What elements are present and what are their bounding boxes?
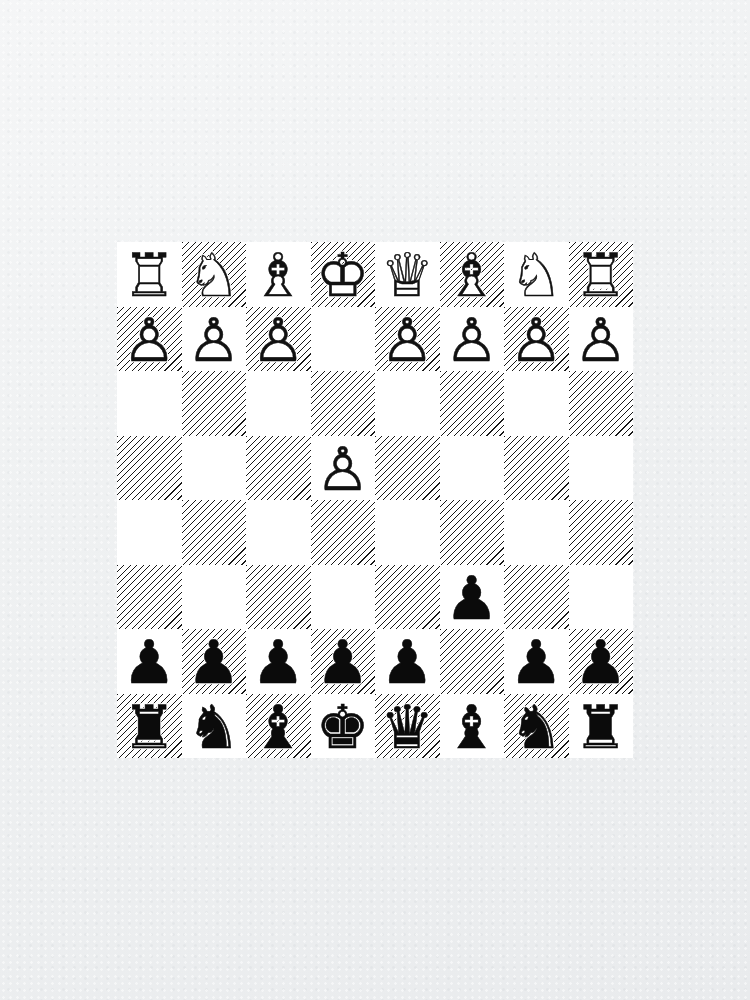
black-bishop-icon: ♝♝ [440,694,505,759]
black-pawn-icon: ♟♟ [375,629,440,694]
square-g2: ♟♙ [182,307,247,372]
white-king-icon: ♚♔ [311,242,376,307]
square-e8: ♚♚ [311,694,376,759]
square-c4 [440,436,505,501]
square-c8: ♝♝ [440,694,505,759]
square-b7: ♟♟ [504,629,569,694]
square-a7: ♟♟ [569,629,634,694]
square-f3 [246,371,311,436]
white-pawn-icon: ♟♙ [440,307,505,372]
square-g7: ♟♟ [182,629,247,694]
black-rook-icon: ♜♜ [569,694,634,759]
square-e7: ♟♟ [311,629,376,694]
square-e1: ♚♔ [311,242,376,307]
square-a6 [569,565,634,630]
black-pawn-icon: ♟♟ [182,629,247,694]
white-queen-icon: ♛♕ [375,242,440,307]
square-e4: ♟♙ [311,436,376,501]
square-a3 [569,371,634,436]
square-d4 [375,436,440,501]
black-pawn-icon: ♟♟ [440,565,505,630]
square-c5 [440,500,505,565]
square-g4 [182,436,247,501]
black-knight-icon: ♞♞ [182,694,247,759]
square-c7 [440,629,505,694]
square-f7: ♟♟ [246,629,311,694]
square-b3 [504,371,569,436]
square-d1: ♛♕ [375,242,440,307]
square-g8: ♞♞ [182,694,247,759]
square-e6 [311,565,376,630]
white-pawn-icon: ♟♙ [569,307,634,372]
square-f6 [246,565,311,630]
square-a4 [569,436,634,501]
square-c1: ♝♗ [440,242,505,307]
square-d2: ♟♙ [375,307,440,372]
square-h3 [117,371,182,436]
square-h2: ♟♙ [117,307,182,372]
square-b5 [504,500,569,565]
black-pawn-icon: ♟♟ [246,629,311,694]
square-f1: ♝♗ [246,242,311,307]
black-pawn-icon: ♟♟ [504,629,569,694]
square-c6: ♟♟ [440,565,505,630]
black-pawn-icon: ♟♟ [117,629,182,694]
white-knight-icon: ♞♘ [182,242,247,307]
square-b6 [504,565,569,630]
square-a5 [569,500,634,565]
white-pawn-icon: ♟♙ [375,307,440,372]
white-rook-icon: ♜♖ [117,242,182,307]
square-b2: ♟♙ [504,307,569,372]
black-pawn-icon: ♟♟ [569,629,634,694]
square-f2: ♟♙ [246,307,311,372]
poster-background: ♜♖♞♘♝♗♚♔♛♕♝♗♞♘♜♖♟♙♟♙♟♙♟♙♟♙♟♙♟♙♟♙♟♟♟♟♟♟♟♟… [0,0,750,1000]
square-g5 [182,500,247,565]
black-queen-icon: ♛♛ [375,694,440,759]
square-f8: ♝♝ [246,694,311,759]
square-a8: ♜♜ [569,694,634,759]
chessboard: ♜♖♞♘♝♗♚♔♛♕♝♗♞♘♜♖♟♙♟♙♟♙♟♙♟♙♟♙♟♙♟♙♟♟♟♟♟♟♟♟… [117,242,633,758]
square-g1: ♞♘ [182,242,247,307]
black-rook-icon: ♜♜ [117,694,182,759]
white-pawn-icon: ♟♙ [117,307,182,372]
square-e5 [311,500,376,565]
black-knight-icon: ♞♞ [504,694,569,759]
square-c2: ♟♙ [440,307,505,372]
white-bishop-icon: ♝♗ [246,242,311,307]
square-h7: ♟♟ [117,629,182,694]
white-pawn-icon: ♟♙ [311,436,376,501]
square-b4 [504,436,569,501]
square-e2 [311,307,376,372]
white-pawn-icon: ♟♙ [182,307,247,372]
square-d8: ♛♛ [375,694,440,759]
square-g3 [182,371,247,436]
square-d7: ♟♟ [375,629,440,694]
square-e3 [311,371,376,436]
white-pawn-icon: ♟♙ [504,307,569,372]
white-knight-icon: ♞♘ [504,242,569,307]
square-d3 [375,371,440,436]
square-a2: ♟♙ [569,307,634,372]
square-h6 [117,565,182,630]
square-h8: ♜♜ [117,694,182,759]
white-bishop-icon: ♝♗ [440,242,505,307]
white-pawn-icon: ♟♙ [246,307,311,372]
square-a1: ♜♖ [569,242,634,307]
square-h4 [117,436,182,501]
square-c3 [440,371,505,436]
black-bishop-icon: ♝♝ [246,694,311,759]
square-d5 [375,500,440,565]
square-d6 [375,565,440,630]
square-b1: ♞♘ [504,242,569,307]
white-rook-icon: ♜♖ [569,242,634,307]
square-f5 [246,500,311,565]
square-f4 [246,436,311,501]
black-king-icon: ♚♚ [311,694,376,759]
square-h1: ♜♖ [117,242,182,307]
square-g6 [182,565,247,630]
square-b8: ♞♞ [504,694,569,759]
black-pawn-icon: ♟♟ [311,629,376,694]
square-h5 [117,500,182,565]
